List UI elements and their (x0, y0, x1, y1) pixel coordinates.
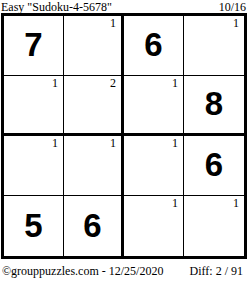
cell-r3c3[interactable]: 1 (124, 136, 184, 196)
footer-bar: ©grouppuzzles.com - 12/25/2020 Diff: 2 /… (0, 265, 248, 278)
pencil-mark: 2 (110, 77, 116, 89)
given-digit: 6 (144, 28, 162, 61)
pencil-mark: 1 (172, 77, 178, 89)
footer-difficulty: Diff: 2 / 91 (190, 265, 243, 278)
cell-r1c1[interactable]: 7 (4, 16, 64, 76)
given-digit: 7 (24, 28, 42, 61)
given-digit: 8 (205, 87, 223, 120)
page-indicator: 10/16 (219, 1, 246, 13)
pencil-mark: 1 (110, 17, 116, 29)
cell-r2c2[interactable]: 2 (64, 76, 124, 136)
given-digit: 5 (24, 209, 42, 242)
sudoku-board: 7161121811165611 (1, 13, 247, 259)
puzzle-page: Easy "Sudoku-4-5678" 10/16 7161121811165… (0, 0, 248, 282)
cell-r2c3[interactable]: 1 (124, 76, 184, 136)
pencil-mark: 1 (52, 137, 58, 149)
pencil-mark: 1 (233, 17, 239, 29)
cell-r1c4[interactable]: 1 (184, 16, 244, 76)
pencil-mark: 1 (172, 137, 178, 149)
cell-r3c2[interactable]: 1 (64, 136, 124, 196)
footer-copyright: ©grouppuzzles.com - 12/25/2020 (2, 265, 163, 278)
given-digit: 6 (83, 209, 101, 242)
cell-r1c2[interactable]: 1 (64, 16, 124, 76)
cell-r4c2[interactable]: 6 (64, 196, 124, 256)
cell-r2c4[interactable]: 8 (184, 76, 244, 136)
pencil-mark: 1 (233, 197, 239, 209)
cell-r4c4[interactable]: 1 (184, 196, 244, 256)
page-title: Easy "Sudoku-4-5678" (1, 1, 112, 13)
pencil-mark: 1 (172, 197, 178, 209)
given-digit: 6 (205, 148, 223, 181)
cell-r3c4[interactable]: 6 (184, 136, 244, 196)
pencil-mark: 1 (52, 77, 58, 89)
cell-r4c3[interactable]: 1 (124, 196, 184, 256)
cell-r1c3[interactable]: 6 (124, 16, 184, 76)
title-bar: Easy "Sudoku-4-5678" 10/16 (0, 0, 248, 13)
cell-r4c1[interactable]: 5 (4, 196, 64, 256)
cell-r2c1[interactable]: 1 (4, 76, 64, 136)
cell-r3c1[interactable]: 1 (4, 136, 64, 196)
pencil-mark: 1 (110, 137, 116, 149)
